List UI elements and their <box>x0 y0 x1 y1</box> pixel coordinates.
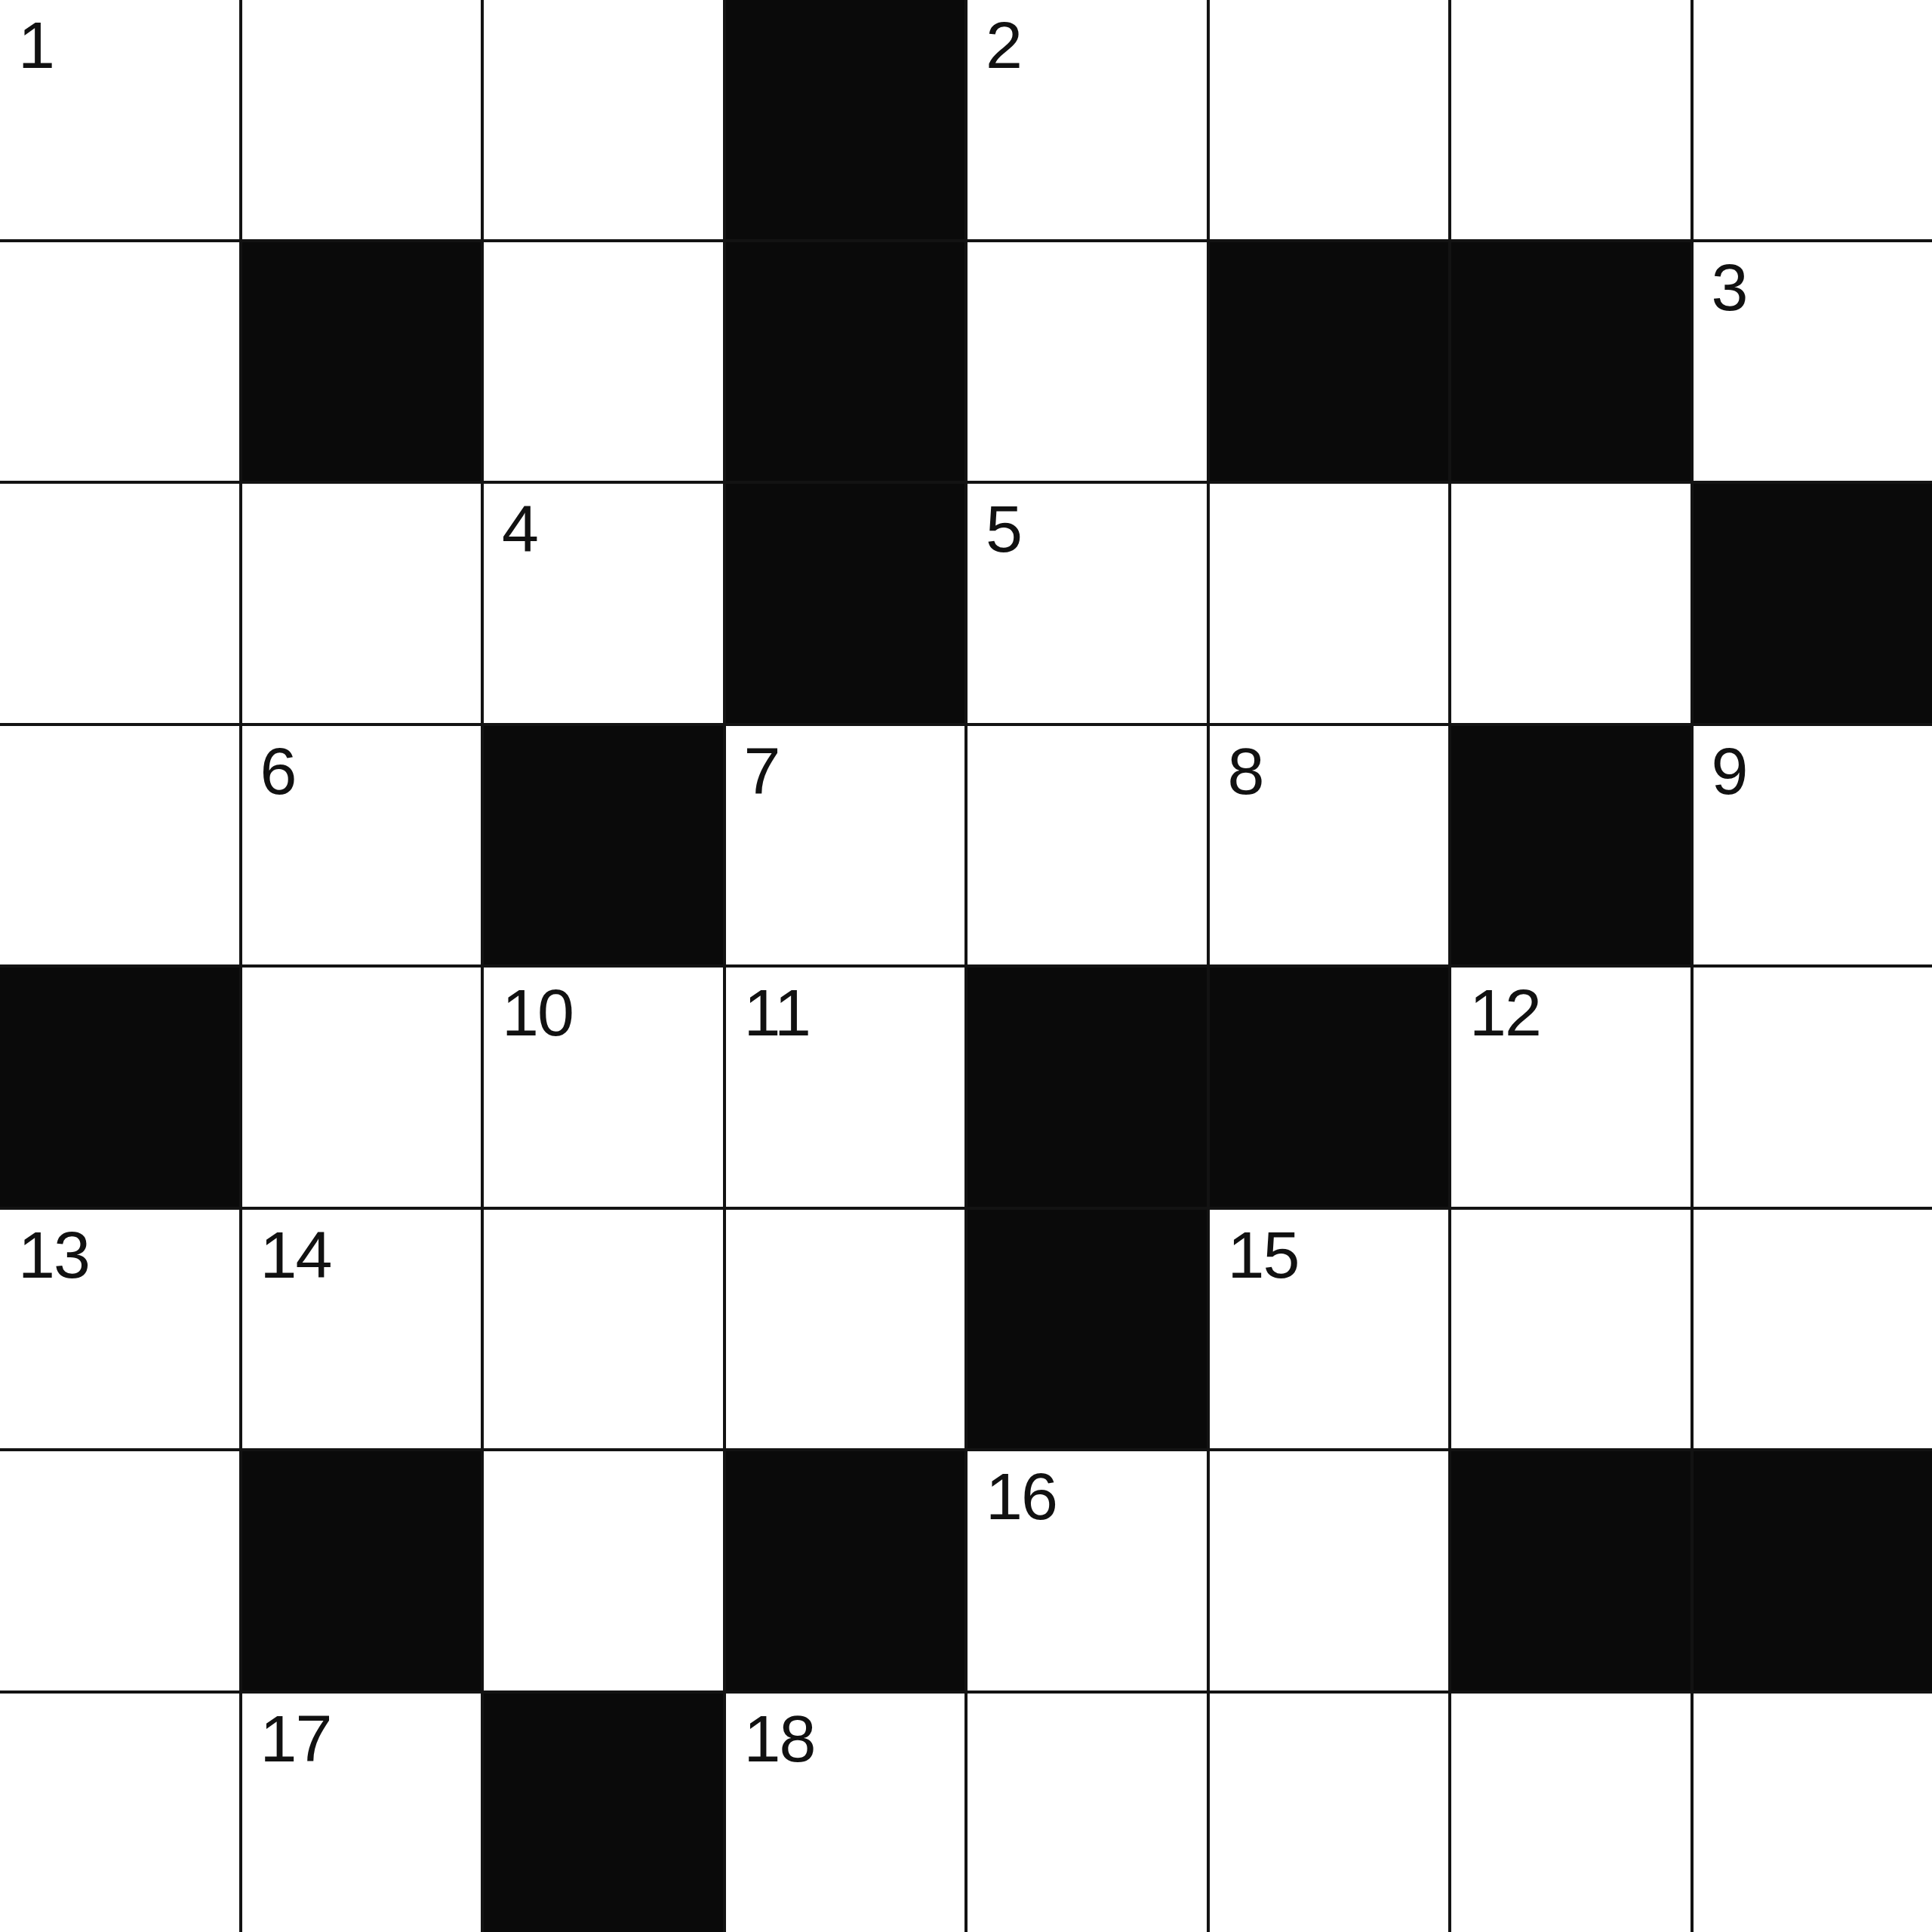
clue-number-2: 2 <box>986 12 1021 78</box>
white-cell-r1c7[interactable] <box>1451 0 1690 239</box>
clue-number-3: 3 <box>1712 254 1747 321</box>
clue-number-15: 15 <box>1228 1222 1299 1288</box>
black-cell-r4c3 <box>484 726 723 965</box>
black-cell-r7c4 <box>726 1451 965 1690</box>
white-cell-r4c4[interactable]: 7 <box>726 726 965 965</box>
clue-number-7: 7 <box>744 738 780 804</box>
white-cell-r5c3[interactable]: 10 <box>484 968 723 1207</box>
clue-number-6: 6 <box>260 738 296 804</box>
white-cell-r8c6[interactable] <box>1210 1694 1449 1932</box>
white-cell-r8c2[interactable]: 17 <box>242 1694 481 1932</box>
white-cell-r5c7[interactable]: 12 <box>1451 968 1690 1207</box>
white-cell-r6c6[interactable]: 15 <box>1210 1210 1449 1449</box>
white-cell-r1c3[interactable] <box>484 0 723 239</box>
black-cell-r6c5 <box>968 1210 1207 1449</box>
black-cell-r7c2 <box>242 1451 481 1690</box>
crossword-grid: 123456789101112131415161718 <box>0 0 1932 1932</box>
clue-number-1: 1 <box>18 12 54 78</box>
white-cell-r7c1[interactable] <box>0 1451 239 1690</box>
white-cell-r3c6[interactable] <box>1210 484 1449 723</box>
black-cell-r5c6 <box>1210 968 1449 1207</box>
clue-number-16: 16 <box>986 1463 1057 1530</box>
white-cell-r5c2[interactable] <box>242 968 481 1207</box>
black-cell-r5c1 <box>0 968 239 1207</box>
black-cell-r1c4 <box>726 0 965 239</box>
black-cell-r3c4 <box>726 484 965 723</box>
clue-number-8: 8 <box>1228 738 1263 804</box>
white-cell-r8c5[interactable] <box>968 1694 1207 1932</box>
black-cell-r2c6 <box>1210 242 1449 481</box>
white-cell-r2c1[interactable] <box>0 242 239 481</box>
white-cell-r1c1[interactable]: 1 <box>0 0 239 239</box>
white-cell-r6c3[interactable] <box>484 1210 723 1449</box>
white-cell-r7c5[interactable]: 16 <box>968 1451 1207 1690</box>
white-cell-r3c3[interactable]: 4 <box>484 484 723 723</box>
white-cell-r6c7[interactable] <box>1451 1210 1690 1449</box>
white-cell-r2c5[interactable] <box>968 242 1207 481</box>
white-cell-r5c4[interactable]: 11 <box>726 968 965 1207</box>
white-cell-r4c8[interactable]: 9 <box>1694 726 1932 965</box>
white-cell-r3c1[interactable] <box>0 484 239 723</box>
white-cell-r8c7[interactable] <box>1451 1694 1690 1932</box>
black-cell-r2c2 <box>242 242 481 481</box>
black-cell-r2c7 <box>1451 242 1690 481</box>
black-cell-r3c8 <box>1694 484 1932 723</box>
white-cell-r4c1[interactable] <box>0 726 239 965</box>
white-cell-r6c2[interactable]: 14 <box>242 1210 481 1449</box>
white-cell-r8c4[interactable]: 18 <box>726 1694 965 1932</box>
white-cell-r8c8[interactable] <box>1694 1694 1932 1932</box>
white-cell-r3c2[interactable] <box>242 484 481 723</box>
white-cell-r4c6[interactable]: 8 <box>1210 726 1449 965</box>
white-cell-r1c6[interactable] <box>1210 0 1449 239</box>
clue-number-13: 13 <box>18 1222 89 1288</box>
black-cell-r5c5 <box>968 968 1207 1207</box>
clue-number-11: 11 <box>744 980 810 1046</box>
black-cell-r7c7 <box>1451 1451 1690 1690</box>
clue-number-17: 17 <box>260 1706 331 1772</box>
clue-number-14: 14 <box>260 1222 331 1288</box>
white-cell-r7c3[interactable] <box>484 1451 723 1690</box>
white-cell-r1c2[interactable] <box>242 0 481 239</box>
white-cell-r1c8[interactable] <box>1694 0 1932 239</box>
white-cell-r4c2[interactable]: 6 <box>242 726 481 965</box>
white-cell-r1c5[interactable]: 2 <box>968 0 1207 239</box>
white-cell-r6c4[interactable] <box>726 1210 965 1449</box>
black-cell-r8c3 <box>484 1694 723 1932</box>
white-cell-r6c8[interactable] <box>1694 1210 1932 1449</box>
crossword-page: 123456789101112131415161718 <box>0 0 1932 1932</box>
white-cell-r5c8[interactable] <box>1694 968 1932 1207</box>
white-cell-r7c6[interactable] <box>1210 1451 1449 1690</box>
clue-number-18: 18 <box>744 1706 815 1772</box>
clue-number-10: 10 <box>502 980 573 1046</box>
clue-number-4: 4 <box>502 496 537 562</box>
white-cell-r3c5[interactable]: 5 <box>968 484 1207 723</box>
black-cell-r7c8 <box>1694 1451 1932 1690</box>
white-cell-r2c8[interactable]: 3 <box>1694 242 1932 481</box>
clue-number-5: 5 <box>986 496 1021 562</box>
black-cell-r4c7 <box>1451 726 1690 965</box>
black-cell-r2c4 <box>726 242 965 481</box>
white-cell-r8c1[interactable] <box>0 1694 239 1932</box>
white-cell-r3c7[interactable] <box>1451 484 1690 723</box>
white-cell-r2c3[interactable] <box>484 242 723 481</box>
white-cell-r4c5[interactable] <box>968 726 1207 965</box>
white-cell-r6c1[interactable]: 13 <box>0 1210 239 1449</box>
clue-number-9: 9 <box>1712 738 1747 804</box>
clue-number-12: 12 <box>1469 980 1540 1046</box>
